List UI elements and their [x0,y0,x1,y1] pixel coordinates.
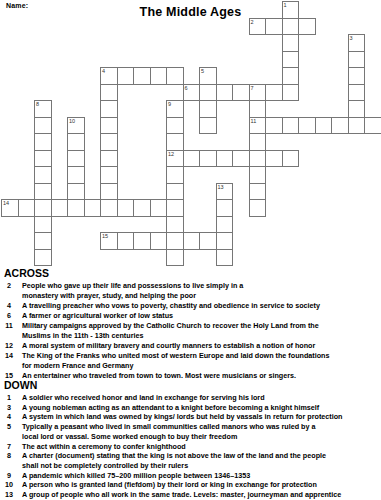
grid-cell[interactable] [199,232,217,250]
grid-cell[interactable] [348,84,366,102]
grid-cell[interactable] [232,150,250,168]
grid-cell[interactable] [150,67,168,85]
cell-number: 8 [36,101,39,107]
grid-cell[interactable] [34,150,52,168]
grid-cell[interactable] [199,100,217,118]
clue-text: A farmer or agricultural worker of low s… [22,311,173,321]
grid-cell[interactable]: 13 [216,183,234,201]
clue-number: 13 [2,490,16,500]
clue-row: 5Typically a peasant who lived in small … [2,422,379,441]
grid-cell[interactable]: 6 [183,84,201,102]
cell-number: 9 [168,101,171,107]
grid-cell[interactable] [100,183,118,201]
grid-cell[interactable] [34,199,52,217]
clue-number: 14 [2,351,16,361]
grid-cell[interactable] [348,51,366,69]
grid-cell[interactable] [18,199,36,217]
cell-number: 7 [251,85,254,91]
clue-number: 7 [2,442,16,452]
grid-cell[interactable] [67,199,85,217]
grid-cell[interactable] [166,67,184,85]
grid-cell[interactable] [199,84,217,102]
grid-cell[interactable]: 12 [166,150,184,168]
clue-number: 3 [2,403,16,413]
grid-cell[interactable] [166,216,184,234]
grid-cell[interactable] [348,67,366,85]
grid-cell[interactable] [133,199,151,217]
worksheet-page: Name: The Middle Ages 123456789101112131… [0,0,381,500]
grid-cell[interactable] [67,150,85,168]
grid-cell[interactable]: 3 [348,34,366,52]
grid-cell[interactable] [216,232,234,250]
grid-cell[interactable] [100,166,118,184]
clue-text: A soldier who received honor and land in… [22,393,265,403]
grid-cell[interactable] [232,84,250,102]
clue-text: A charter (document) stating that the ki… [22,451,326,470]
grid-cell[interactable] [265,18,283,36]
clue-row: 3A young nobleman acting as an attendant… [2,403,379,413]
cell-number: 6 [185,85,188,91]
clue-number: 5 [2,422,16,432]
grid-cell[interactable] [67,133,85,151]
grid-cell[interactable] [183,232,201,250]
grid-cell[interactable] [133,232,151,250]
grid-cell[interactable] [100,84,118,102]
cell-number: 1 [284,2,287,8]
clue-number: 1 [2,393,16,403]
clue-row: 7The act within a ceremony to confer kni… [2,442,379,452]
grid-cell[interactable]: 11 [249,117,267,135]
grid-cell[interactable] [34,216,52,234]
grid-cell[interactable] [166,199,184,217]
grid-cell[interactable] [100,117,118,135]
grid-cell[interactable] [249,183,267,201]
grid-cell[interactable] [117,67,135,85]
cell-number: 3 [350,35,353,41]
clue-number: 8 [2,451,16,461]
grid-cell[interactable]: 14 [1,199,19,217]
grid-cell[interactable] [282,84,300,102]
clue-row: 9A pandemic which killed 75–200 million … [2,471,379,481]
grid-cell[interactable] [34,183,52,201]
grid-cell[interactable] [133,67,151,85]
grid-cell[interactable] [34,232,52,250]
grid-cell[interactable] [249,133,267,151]
grid-cell[interactable] [249,199,267,217]
grid-cell[interactable] [348,117,366,135]
clue-text: Typically a peasant who lived in small c… [22,422,315,441]
grid-cell[interactable] [249,166,267,184]
grid-cell[interactable] [117,232,135,250]
grid-cell[interactable] [100,150,118,168]
grid-cell[interactable] [348,100,366,118]
grid-cell[interactable] [166,133,184,151]
clue-row: 6A farmer or agricultural worker of low … [2,311,379,321]
grid-cell[interactable] [216,150,234,168]
grid-cell[interactable] [100,100,118,118]
grid-cell[interactable] [249,100,267,118]
grid-cell[interactable]: 10 [67,117,85,135]
clue-text: The act within a ceremony to confer knig… [22,442,186,452]
grid-cell[interactable]: 4 [100,67,118,85]
clue-text: People who gave up their life and posses… [22,281,243,301]
cell-number: 14 [3,200,9,206]
grid-cell[interactable] [100,133,118,151]
grid-cell[interactable] [315,117,333,135]
grid-cell[interactable]: 2 [249,18,267,36]
grid-cell[interactable] [199,117,217,135]
grid-cell[interactable] [282,117,300,135]
across-clues-list: 2People who gave up their life and posse… [2,281,379,381]
grid-cell[interactable] [265,150,283,168]
down-clues-list: 1A soldier who received honor and land i… [2,393,379,500]
clue-number: 12 [2,341,16,351]
clue-row: 4A travelling preacher who vows to pover… [2,301,379,311]
grid-cell[interactable] [117,199,135,217]
grid-cell[interactable]: 5 [199,67,217,85]
clue-row: 11Military campaigns approved by the Cat… [2,321,379,341]
grid-cell[interactable] [34,249,52,267]
grid-cell[interactable] [67,166,85,184]
clue-text: Military campaigns approved by the Catho… [22,321,319,341]
grid-cell[interactable] [364,117,381,135]
clue-text: A moral system of military bravery and c… [22,341,315,351]
cell-number: 15 [102,233,108,239]
grid-cell[interactable] [150,232,168,250]
clue-row: 13A group of people who all work in the … [2,490,379,500]
grid-cell[interactable]: 9 [166,100,184,118]
grid-cell[interactable]: 1 [282,1,300,19]
grid-cell[interactable] [298,117,316,135]
grid-cell[interactable] [216,249,234,267]
clue-text: The King of the Franks who united most o… [22,351,329,371]
across-heading: ACROSS [4,268,379,279]
cell-number: 10 [69,118,75,124]
clue-row: 8A charter (document) stating that the k… [2,451,379,470]
grid-cell[interactable] [298,18,316,36]
across-clues-section: ACROSS 2People who gave up their life an… [2,266,379,381]
cell-number: 12 [168,151,174,157]
grid-cell[interactable] [166,166,184,184]
grid-cell[interactable] [150,199,168,217]
clue-text: A young nobleman acting as an attendant … [22,403,319,413]
cell-number: 11 [251,118,257,124]
grid-cell[interactable] [34,166,52,184]
clue-number: 6 [2,311,16,321]
grid-cell[interactable] [34,117,52,135]
grid-cell[interactable] [51,199,69,217]
grid-cell[interactable] [282,150,300,168]
grid-cell[interactable] [282,67,300,85]
clue-row: 1A soldier who received honor and land i… [2,393,379,403]
cell-number: 13 [218,184,224,190]
grid-cell[interactable] [84,199,102,217]
grid-cell[interactable] [282,51,300,69]
grid-cell[interactable]: 8 [34,100,52,118]
clue-row: 4A system in which land was owned by kin… [2,412,379,422]
clue-number: 9 [2,471,16,481]
down-heading: DOWN [4,380,379,391]
grid-cell[interactable] [265,84,283,102]
grid-cell[interactable] [166,249,184,267]
clue-number: 10 [2,480,16,490]
down-clues-section: DOWN 1A soldier who received honor and l… [2,378,379,500]
clue-number: 4 [2,412,16,422]
grid-cell[interactable] [166,117,184,135]
crossword-grid: 123456789101112131415 [1,1,381,265]
cell-number: 5 [201,68,204,74]
clue-number: 11 [2,321,16,331]
grid-cell[interactable] [282,34,300,52]
clue-row: 2People who gave up their life and posse… [2,281,379,301]
clue-text: A person who is granted land (fiefdom) b… [22,480,317,490]
cell-number: 2 [251,19,254,25]
grid-cell[interactable] [166,232,184,250]
grid-cell[interactable] [216,216,234,234]
clue-text: A group of people who all work in the sa… [22,490,341,500]
grid-cell[interactable] [100,199,118,217]
grid-cell[interactable] [199,150,217,168]
grid-cell[interactable] [166,183,184,201]
grid-cell[interactable] [331,117,349,135]
grid-cell[interactable] [183,150,201,168]
grid-cell[interactable]: 7 [249,84,267,102]
clue-text: A system in which land was owned by king… [22,412,342,422]
clue-row: 14The King of the Franks who united most… [2,351,379,371]
clue-number: 4 [2,301,16,311]
grid-cell[interactable] [216,84,234,102]
grid-cell[interactable] [216,199,234,217]
clue-row: 10A person who is granted land (fiefdom)… [2,480,379,490]
clue-text: A travelling preacher who vows to povert… [22,301,320,311]
grid-cell[interactable] [282,18,300,36]
cell-number: 4 [102,68,105,74]
grid-cell[interactable] [67,183,85,201]
clue-text: A pandemic which killed 75–200 million p… [22,471,250,481]
grid-cell[interactable] [249,150,267,168]
clue-row: 12A moral system of military bravery and… [2,341,379,351]
grid-cell[interactable] [265,117,283,135]
grid-cell[interactable]: 15 [100,232,118,250]
clue-number: 2 [2,281,16,291]
grid-cell[interactable] [34,133,52,151]
